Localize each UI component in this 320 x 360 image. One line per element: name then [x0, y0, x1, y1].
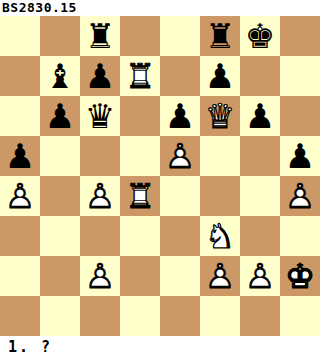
pawn-glyph-outline: ♙: [80, 176, 120, 216]
piece-black-rook: ♜: [80, 16, 120, 56]
square-h8[interactable]: [280, 16, 320, 56]
square-f3[interactable]: ♞♘: [200, 216, 240, 256]
piece-white-knight: ♞♘: [200, 216, 240, 256]
square-g1[interactable]: [240, 296, 280, 336]
square-f5[interactable]: [200, 136, 240, 176]
square-c5[interactable]: [80, 136, 120, 176]
square-a6[interactable]: [0, 96, 40, 136]
piece-white-pawn: ♟♙: [160, 136, 200, 176]
square-h2[interactable]: ♚♔: [280, 256, 320, 296]
piece-black-pawn: ♟: [40, 96, 80, 136]
piece-black-queen: ♛: [80, 96, 120, 136]
square-b4[interactable]: [40, 176, 80, 216]
piece-black-pawn: ♟: [200, 56, 240, 96]
square-h7[interactable]: [280, 56, 320, 96]
square-d3[interactable]: [120, 216, 160, 256]
square-c8[interactable]: ♜: [80, 16, 120, 56]
pawn-glyph-fill: ♟: [0, 136, 40, 176]
queen-glyph-outline: ♕: [200, 96, 240, 136]
square-g8[interactable]: ♚: [240, 16, 280, 56]
queen-glyph-fill: ♛: [80, 96, 120, 136]
square-d7[interactable]: ♜♖: [120, 56, 160, 96]
square-b3[interactable]: [40, 216, 80, 256]
piece-white-queen: ♛♕: [200, 96, 240, 136]
piece-black-pawn: ♟: [280, 136, 320, 176]
pawn-glyph-fill: ♟: [40, 96, 80, 136]
square-a7[interactable]: [0, 56, 40, 96]
square-g6[interactable]: ♟: [240, 96, 280, 136]
square-b8[interactable]: [40, 16, 80, 56]
piece-white-pawn: ♟♙: [80, 176, 120, 216]
square-f8[interactable]: ♜: [200, 16, 240, 56]
pawn-glyph-outline: ♙: [0, 176, 40, 216]
square-b1[interactable]: [40, 296, 80, 336]
move-prompt: 1. ?: [0, 336, 320, 360]
square-c6[interactable]: ♛: [80, 96, 120, 136]
pawn-glyph-outline: ♙: [160, 136, 200, 176]
square-d2[interactable]: [120, 256, 160, 296]
piece-black-pawn: ♟: [160, 96, 200, 136]
square-h1[interactable]: [280, 296, 320, 336]
piece-white-king: ♚♔: [280, 256, 320, 296]
piece-white-pawn: ♟♙: [200, 256, 240, 296]
square-f1[interactable]: [200, 296, 240, 336]
pawn-glyph-fill: ♟: [240, 96, 280, 136]
square-e3[interactable]: [160, 216, 200, 256]
square-a8[interactable]: [0, 16, 40, 56]
square-d8[interactable]: [120, 16, 160, 56]
square-h5[interactable]: ♟: [280, 136, 320, 176]
square-b2[interactable]: [40, 256, 80, 296]
bishop-glyph-fill: ♝: [40, 56, 80, 96]
square-f6[interactable]: ♛♕: [200, 96, 240, 136]
rook-glyph-fill: ♜: [80, 16, 120, 56]
square-d4[interactable]: ♜♖: [120, 176, 160, 216]
piece-black-rook: ♜: [200, 16, 240, 56]
knight-glyph-outline: ♘: [200, 216, 240, 256]
rook-glyph-outline: ♖: [120, 176, 160, 216]
square-e7[interactable]: [160, 56, 200, 96]
square-b5[interactable]: [40, 136, 80, 176]
square-g5[interactable]: [240, 136, 280, 176]
piece-white-rook: ♜♖: [120, 176, 160, 216]
square-c4[interactable]: ♟♙: [80, 176, 120, 216]
pawn-glyph-outline: ♙: [80, 256, 120, 296]
piece-white-rook: ♜♖: [120, 56, 160, 96]
square-h3[interactable]: [280, 216, 320, 256]
square-c2[interactable]: ♟♙: [80, 256, 120, 296]
piece-black-pawn: ♟: [240, 96, 280, 136]
pawn-glyph-fill: ♟: [160, 96, 200, 136]
square-e8[interactable]: [160, 16, 200, 56]
square-a2[interactable]: [0, 256, 40, 296]
square-c3[interactable]: [80, 216, 120, 256]
piece-white-pawn: ♟♙: [280, 176, 320, 216]
pawn-glyph-outline: ♙: [280, 176, 320, 216]
square-g4[interactable]: [240, 176, 280, 216]
square-d6[interactable]: [120, 96, 160, 136]
rook-glyph-outline: ♖: [120, 56, 160, 96]
piece-black-king: ♚: [240, 16, 280, 56]
piece-black-pawn: ♟: [0, 136, 40, 176]
square-b6[interactable]: ♟: [40, 96, 80, 136]
square-d5[interactable]: [120, 136, 160, 176]
puzzle-id: BS2830.15: [0, 0, 320, 16]
square-f4[interactable]: [200, 176, 240, 216]
square-g2[interactable]: ♟♙: [240, 256, 280, 296]
pawn-glyph-outline: ♙: [200, 256, 240, 296]
piece-white-pawn: ♟♙: [240, 256, 280, 296]
square-a1[interactable]: [0, 296, 40, 336]
square-e1[interactable]: [160, 296, 200, 336]
chess-puzzle-window: BS2830.15 ♜♜♚♝♟♜♖♟♟♛♟♛♕♟♟♟♙♟♟♙♟♙♜♖♟♙♞♘♟♙…: [0, 0, 320, 360]
square-g3[interactable]: [240, 216, 280, 256]
pawn-glyph-fill: ♟: [80, 56, 120, 96]
rook-glyph-fill: ♜: [200, 16, 240, 56]
piece-black-pawn: ♟: [80, 56, 120, 96]
square-a5[interactable]: ♟: [0, 136, 40, 176]
square-e4[interactable]: [160, 176, 200, 216]
square-e6[interactable]: ♟: [160, 96, 200, 136]
chess-board: ♜♜♚♝♟♜♖♟♟♛♟♛♕♟♟♟♙♟♟♙♟♙♜♖♟♙♞♘♟♙♟♙♟♙♚♔: [0, 16, 320, 336]
square-a4[interactable]: ♟♙: [0, 176, 40, 216]
pawn-glyph-fill: ♟: [200, 56, 240, 96]
square-f7[interactable]: ♟: [200, 56, 240, 96]
square-e2[interactable]: [160, 256, 200, 296]
piece-black-bishop: ♝: [40, 56, 80, 96]
pawn-glyph-outline: ♙: [240, 256, 280, 296]
square-a3[interactable]: [0, 216, 40, 256]
square-h6[interactable]: [280, 96, 320, 136]
king-glyph-fill: ♚: [240, 16, 280, 56]
square-c1[interactable]: [80, 296, 120, 336]
pawn-glyph-fill: ♟: [280, 136, 320, 176]
square-e5[interactable]: ♟♙: [160, 136, 200, 176]
square-h4[interactable]: ♟♙: [280, 176, 320, 216]
square-c7[interactable]: ♟: [80, 56, 120, 96]
square-b7[interactable]: ♝: [40, 56, 80, 96]
king-glyph-outline: ♔: [280, 256, 320, 296]
square-d1[interactable]: [120, 296, 160, 336]
piece-white-pawn: ♟♙: [0, 176, 40, 216]
square-f2[interactable]: ♟♙: [200, 256, 240, 296]
piece-white-pawn: ♟♙: [80, 256, 120, 296]
square-g7[interactable]: [240, 56, 280, 96]
